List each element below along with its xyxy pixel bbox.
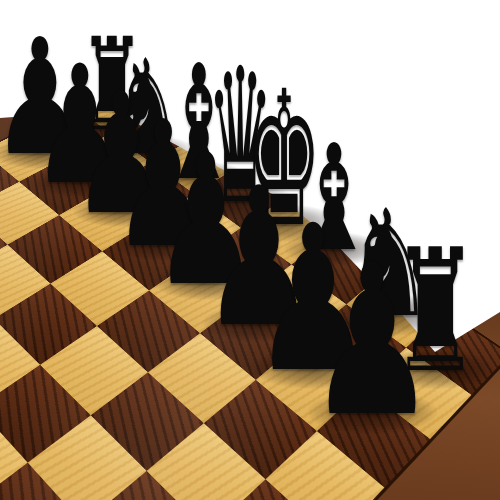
piece-h7: ♟: [307, 237, 437, 446]
chess-photo-scene: ♜♞♝♛♚♝♞♜♟♟♟♟♟♟♟♟: [0, 0, 500, 500]
pieces-layer: ♜♞♝♛♚♝♞♜♟♟♟♟♟♟♟♟: [0, 0, 500, 500]
